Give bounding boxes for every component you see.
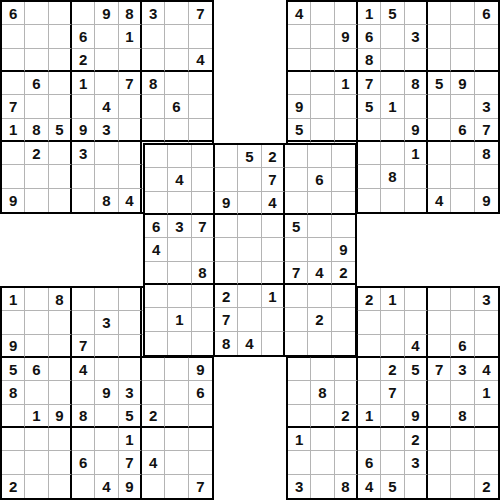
sudoku-cell-empty-r1c0[interactable] xyxy=(2,25,25,48)
sudoku-cell-empty-r20c6[interactable] xyxy=(142,475,165,498)
sudoku-cell-empty-r9c13[interactable] xyxy=(308,215,331,238)
sudoku-cell-empty-r3c7[interactable] xyxy=(165,72,188,95)
sudoku-cell-empty-r14c11[interactable] xyxy=(262,332,285,355)
sudoku-cell-given-r3c6: 8 xyxy=(142,72,165,95)
sudoku-cell-empty-r5c16[interactable] xyxy=(381,119,404,142)
sudoku-cell-empty-r12c12[interactable] xyxy=(285,285,308,308)
sudoku-cell-given-r15c0: 5 xyxy=(2,358,25,381)
sudoku-cell-empty-r12c7[interactable] xyxy=(168,285,191,308)
sudoku-cell-empty-r15c2[interactable] xyxy=(49,358,72,381)
sudoku-cell-empty-r16c17[interactable] xyxy=(405,381,428,404)
sudoku-cell-given-r5c17: 9 xyxy=(405,119,428,142)
sudoku-cell-empty-r8c2[interactable] xyxy=(49,189,72,212)
sudoku-cell-empty-r13c0[interactable] xyxy=(2,311,25,334)
sudoku-cell-given-r19c6: 4 xyxy=(142,451,165,474)
sudoku-cell-empty-r7c8[interactable] xyxy=(192,168,215,191)
sudoku-cell-given-r8c4: 8 xyxy=(95,189,118,212)
sudoku-cell-empty-r10c13[interactable] xyxy=(308,238,331,261)
sudoku-cell-empty-r7c19[interactable] xyxy=(451,165,474,188)
sudoku-cell-given-r20c12: 3 xyxy=(288,475,311,498)
sudoku-cell-empty-r17c7[interactable] xyxy=(165,405,188,428)
sudoku-cell-given-r0c16: 5 xyxy=(381,2,404,25)
sudoku-cell-empty-r14c20[interactable] xyxy=(475,335,498,358)
sudoku-cell-given-r0c15: 1 xyxy=(358,2,381,25)
sudoku-cell-empty-r4c19[interactable] xyxy=(451,95,474,118)
sudoku-cell-empty-r13c5[interactable] xyxy=(119,311,142,334)
sudoku-cell-empty-r1c6[interactable] xyxy=(142,25,165,48)
sudoku-cell-empty-r19c2[interactable] xyxy=(49,451,72,474)
sudoku-cell-empty-r13c8[interactable] xyxy=(192,308,215,331)
sudoku-cell-empty-r20c3[interactable] xyxy=(72,475,95,498)
sudoku-cell-empty-r9c10[interactable] xyxy=(238,215,261,238)
sudoku-cell-empty-r2c5[interactable] xyxy=(119,49,142,72)
sudoku-cell-empty-r19c18[interactable] xyxy=(428,451,451,474)
sudoku-cell-given-r1c3: 6 xyxy=(72,25,95,48)
sudoku-cell-given-r7c13: 6 xyxy=(308,168,331,191)
sudoku-cell-empty-r18c19[interactable] xyxy=(451,428,474,451)
sudoku-cell-empty-r1c4[interactable] xyxy=(95,25,118,48)
sudoku-cell-given-r20c0: 2 xyxy=(2,475,25,498)
sudoku-cell-empty-r13c2[interactable] xyxy=(49,311,72,334)
sudoku-cell-empty-r2c1[interactable] xyxy=(25,49,48,72)
sudoku-cell-empty-r8c16[interactable] xyxy=(381,189,404,212)
sudoku-cell-empty-r17c13[interactable] xyxy=(311,405,334,428)
sudoku-cell-empty-r18c3[interactable] xyxy=(72,428,95,451)
sudoku-cell-empty-r7c0[interactable] xyxy=(2,165,25,188)
sudoku-cell-empty-r2c14[interactable] xyxy=(335,49,358,72)
sudoku-cell-empty-r13c3[interactable] xyxy=(72,311,95,334)
sudoku-cell-empty-r14c4[interactable] xyxy=(95,335,118,358)
sudoku-cell-empty-r1c2[interactable] xyxy=(49,25,72,48)
sudoku-cell-given-r15c8: 9 xyxy=(189,358,212,381)
sudoku-cell-empty-r7c20[interactable] xyxy=(475,165,498,188)
sudoku-cell-empty-r4c1[interactable] xyxy=(25,95,48,118)
sudoku-cell-given-r16c16: 7 xyxy=(381,381,404,404)
sudoku-cell-empty-r13c18[interactable] xyxy=(428,311,451,334)
sudoku-cell-empty-r12c19[interactable] xyxy=(451,288,474,311)
sudoku-cell-empty-r17c8[interactable] xyxy=(189,405,212,428)
sudoku-cell-empty-r19c14[interactable] xyxy=(335,451,358,474)
sudoku-cell-empty-r6c13[interactable] xyxy=(308,145,331,168)
sudoku-cell-empty-r17c0[interactable] xyxy=(2,405,25,428)
sudoku-cell-empty-r13c16[interactable] xyxy=(381,311,404,334)
sudoku-cell-empty-r8c7[interactable] xyxy=(168,192,191,215)
sudoku-cell-empty-r3c20[interactable] xyxy=(475,72,498,95)
sudoku-cell-empty-r8c6[interactable] xyxy=(145,192,168,215)
sudoku-cell-empty-r13c10[interactable] xyxy=(238,308,261,331)
sudoku-cell-empty-r2c0[interactable] xyxy=(2,49,25,72)
sudoku-cell-empty-r18c6[interactable] xyxy=(142,428,165,451)
sudoku-cell-empty-r6c14[interactable] xyxy=(332,145,355,168)
sudoku-cell-empty-r19c20[interactable] xyxy=(475,451,498,474)
sudoku-cell-empty-r12c13[interactable] xyxy=(308,285,331,308)
sudoku-cell-empty-r7c15[interactable] xyxy=(358,165,381,188)
sudoku-cell-empty-r19c1[interactable] xyxy=(25,451,48,474)
sudoku-cell-empty-r7c18[interactable] xyxy=(428,165,451,188)
sudoku-cell-empty-r10c12[interactable] xyxy=(285,238,308,261)
sudoku-cell-empty-r8c15[interactable] xyxy=(358,189,381,212)
sudoku-cell-empty-r5c5[interactable] xyxy=(119,119,142,142)
sudoku-cell-given-r3c17: 8 xyxy=(405,72,428,95)
sudoku-cell-empty-r16c15[interactable] xyxy=(358,381,381,404)
sudoku-cell-empty-r5c7[interactable] xyxy=(165,119,188,142)
sudoku-cell-empty-r8c19[interactable] xyxy=(451,189,474,212)
sudoku-cell-empty-r16c18[interactable] xyxy=(428,381,451,404)
sudoku-cell-empty-r6c16[interactable] xyxy=(381,142,404,165)
sudoku-cell-given-r8c9: 9 xyxy=(215,192,238,215)
sudoku-cell-empty-r2c13[interactable] xyxy=(311,49,334,72)
sudoku-cell-given-r6c20: 8 xyxy=(475,142,498,165)
sudoku-cell-empty-r17c20[interactable] xyxy=(475,405,498,428)
sudoku-cell-empty-r5c15[interactable] xyxy=(358,119,381,142)
sudoku-cell-empty-r10c9[interactable] xyxy=(215,238,238,261)
sudoku-cell-empty-r12c8[interactable] xyxy=(192,285,215,308)
sudoku-cell-empty-r15c14[interactable] xyxy=(335,358,358,381)
sudoku-cell-given-r8c5: 4 xyxy=(119,189,142,212)
sudoku-cell-empty-r3c16[interactable] xyxy=(381,72,404,95)
sudoku-cell-empty-r19c7[interactable] xyxy=(165,451,188,474)
sudoku-cell-empty-r4c2[interactable] xyxy=(49,95,72,118)
sudoku-cell-given-r7c11: 7 xyxy=(262,168,285,191)
sudoku-cell-given-r5c3: 9 xyxy=(72,119,95,142)
sudoku-cell-empty-r12c17[interactable] xyxy=(405,288,428,311)
sudoku-cell-empty-r20c17[interactable] xyxy=(405,475,428,498)
sudoku-cell-empty-r18c7[interactable] xyxy=(165,428,188,451)
sudoku-cell-given-r3c19: 9 xyxy=(451,72,474,95)
sudoku-cell-empty-r4c5[interactable] xyxy=(119,95,142,118)
sudoku-cell-empty-r12c5[interactable] xyxy=(119,288,142,311)
sudoku-cell-empty-r13c6[interactable] xyxy=(145,308,168,331)
sudoku-cell-empty-r17c4[interactable] xyxy=(95,405,118,428)
sudoku-cell-empty-r17c12[interactable] xyxy=(288,405,311,428)
sudoku-cell-given-r16c4: 9 xyxy=(95,381,118,404)
sudoku-cell-empty-r10c7[interactable] xyxy=(168,238,191,261)
sudoku-cell-empty-r15c15[interactable] xyxy=(358,358,381,381)
sudoku-cell-empty-r14c16[interactable] xyxy=(381,335,404,358)
sudoku-cell-empty-r6c6[interactable] xyxy=(145,145,168,168)
sudoku-cell-empty-r7c10[interactable] xyxy=(238,168,261,191)
sudoku-cell-given-r6c11: 2 xyxy=(262,145,285,168)
sudoku-cell-empty-r14c12[interactable] xyxy=(285,332,308,355)
sudoku-cell-empty-r18c14[interactable] xyxy=(335,428,358,451)
sudoku-cell-given-r1c15: 6 xyxy=(358,25,381,48)
sudoku-cell-empty-r2c7[interactable] xyxy=(165,49,188,72)
sudoku-cell-empty-r6c8[interactable] xyxy=(192,145,215,168)
sudoku-cell-empty-r2c19[interactable] xyxy=(451,49,474,72)
sudoku-cell-empty-r11c7[interactable] xyxy=(168,262,191,285)
sudoku-cell-empty-r15c13[interactable] xyxy=(311,358,334,381)
sudoku-cell-given-r12c20: 3 xyxy=(475,288,498,311)
sudoku-cell-empty-r12c4[interactable] xyxy=(95,288,118,311)
sudoku-cell-given-r8c18: 4 xyxy=(428,189,451,212)
sudoku-cell-empty-r14c15[interactable] xyxy=(358,335,381,358)
sudoku-cell-given-r4c7: 6 xyxy=(165,95,188,118)
sudoku-cell-empty-r20c1[interactable] xyxy=(25,475,48,498)
sudoku-cell-empty-r6c5[interactable] xyxy=(119,142,142,165)
sudoku-cell-empty-r12c14[interactable] xyxy=(332,285,355,308)
sudoku-cell-empty-r6c0[interactable] xyxy=(2,142,25,165)
sudoku-cell-given-r14c17: 4 xyxy=(405,335,428,358)
sudoku-cell-empty-r6c12[interactable] xyxy=(285,145,308,168)
sudoku-cell-empty-r12c3[interactable] xyxy=(72,288,95,311)
sudoku-cell-empty-r19c12[interactable] xyxy=(288,451,311,474)
sudoku-cell-empty-r9c11[interactable] xyxy=(262,215,285,238)
sudoku-cell-empty-r15c5[interactable] xyxy=(119,358,142,381)
sudoku-cell-given-r13c13: 2 xyxy=(308,308,331,331)
sudoku-cell-given-r13c9: 7 xyxy=(215,308,238,331)
sudoku-cell-empty-r20c13[interactable] xyxy=(311,475,334,498)
sudoku-cell-empty-r3c12[interactable] xyxy=(288,72,311,95)
sudoku-cell-empty-r8c14[interactable] xyxy=(332,192,355,215)
sudoku-cell-empty-r13c17[interactable] xyxy=(405,311,428,334)
sudoku-cell-empty-r16c12[interactable] xyxy=(288,381,311,404)
sudoku-cell-empty-r19c16[interactable] xyxy=(381,451,404,474)
sudoku-cell-given-r20c16: 5 xyxy=(381,475,404,498)
sudoku-cell-empty-r13c20[interactable] xyxy=(475,311,498,334)
sudoku-cell-given-r11c8: 8 xyxy=(192,262,215,285)
sudoku-cell-empty-r11c11[interactable] xyxy=(262,262,285,285)
sudoku-cell-empty-r15c7[interactable] xyxy=(165,358,188,381)
sudoku-cell-empty-r0c2[interactable] xyxy=(49,2,72,25)
sudoku-cell-empty-r14c2[interactable] xyxy=(49,335,72,358)
sudoku-cell-empty-r6c7[interactable] xyxy=(168,145,191,168)
sudoku-cell-empty-r14c7[interactable] xyxy=(168,332,191,355)
sudoku-cell-given-r14c3: 7 xyxy=(72,335,95,358)
sudoku-cell-given-r0c20: 6 xyxy=(475,2,498,25)
sudoku-cell-empty-r11c10[interactable] xyxy=(238,262,261,285)
sudoku-cell-empty-r6c15[interactable] xyxy=(358,142,381,165)
sudoku-cell-empty-r1c12[interactable] xyxy=(288,25,311,48)
sudoku-cell-empty-r0c14[interactable] xyxy=(335,2,358,25)
sudoku-cell-empty-r7c5[interactable] xyxy=(119,165,142,188)
sudoku-cell-empty-r14c6[interactable] xyxy=(145,332,168,355)
sudoku-cell-empty-r1c16[interactable] xyxy=(381,25,404,48)
sudoku-cell-empty-r7c6[interactable] xyxy=(145,168,168,191)
sudoku-cell-given-r3c1: 6 xyxy=(25,72,48,95)
sudoku-cell-given-r20c5: 9 xyxy=(119,475,142,498)
sudoku-cell-given-r9c12: 5 xyxy=(285,215,308,238)
sudoku-cell-empty-r8c13[interactable] xyxy=(308,192,331,215)
sudoku-cell-empty-r14c13[interactable] xyxy=(308,332,331,355)
sudoku-cell-empty-r11c6[interactable] xyxy=(145,262,168,285)
sudoku-cell-empty-r14c1[interactable] xyxy=(25,335,48,358)
sudoku-cell-empty-r13c11[interactable] xyxy=(262,308,285,331)
sudoku-cell-empty-r0c3[interactable] xyxy=(72,2,95,25)
sudoku-cell-empty-r0c7[interactable] xyxy=(165,2,188,25)
sudoku-cell-empty-r8c8[interactable] xyxy=(192,192,215,215)
sudoku-cell-empty-r13c1[interactable] xyxy=(25,311,48,334)
sudoku-cell-given-r17c2: 9 xyxy=(49,405,72,428)
sudoku-cell-empty-r19c8[interactable] xyxy=(189,451,212,474)
sudoku-cell-empty-r18c13[interactable] xyxy=(311,428,334,451)
sudoku-cell-empty-r7c1[interactable] xyxy=(25,165,48,188)
sudoku-cell-empty-r16c3[interactable] xyxy=(72,381,95,404)
sudoku-cell-empty-r2c6[interactable] xyxy=(142,49,165,72)
sudoku-cell-empty-r11c9[interactable] xyxy=(215,262,238,285)
sudoku-cell-empty-r12c18[interactable] xyxy=(428,288,451,311)
sudoku-cell-empty-r7c2[interactable] xyxy=(49,165,72,188)
sudoku-cell-empty-r3c4[interactable] xyxy=(95,72,118,95)
sudoku-cell-empty-r14c14[interactable] xyxy=(332,332,355,355)
sudoku-cell-given-r19c5: 7 xyxy=(119,451,142,474)
sudoku-cell-empty-r14c8[interactable] xyxy=(192,332,215,355)
sudoku-cell-empty-r18c1[interactable] xyxy=(25,428,48,451)
sudoku-cell-empty-r14c5[interactable] xyxy=(119,335,142,358)
sudoku-cell-empty-r2c20[interactable] xyxy=(475,49,498,72)
sudoku-cell-empty-r6c18[interactable] xyxy=(428,142,451,165)
sudoku-cell-empty-r13c19[interactable] xyxy=(451,311,474,334)
sudoku-cell-empty-r2c18[interactable] xyxy=(428,49,451,72)
sudoku-cell-given-r3c5: 7 xyxy=(119,72,142,95)
sudoku-cell-empty-r8c10[interactable] xyxy=(238,192,261,215)
sudoku-cell-empty-r18c8[interactable] xyxy=(189,428,212,451)
sudoku-cell-empty-r4c17[interactable] xyxy=(405,95,428,118)
sudoku-cell-given-r7c7: 4 xyxy=(168,168,191,191)
sudoku-cell-empty-r16c7[interactable] xyxy=(165,381,188,404)
sudoku-cell-empty-r7c4[interactable] xyxy=(95,165,118,188)
sudoku-cell-empty-r15c6[interactable] xyxy=(142,358,165,381)
sudoku-cell-given-r3c3: 1 xyxy=(72,72,95,95)
sudoku-cell-given-r16c8: 6 xyxy=(189,381,212,404)
sudoku-cell-empty-r1c13[interactable] xyxy=(311,25,334,48)
sudoku-cell-empty-r2c12[interactable] xyxy=(288,49,311,72)
sudoku-cell-empty-r9c9[interactable] xyxy=(215,215,238,238)
sudoku-cell-given-r9c8: 7 xyxy=(192,215,215,238)
sudoku-cell-empty-r14c18[interactable] xyxy=(428,335,451,358)
sudoku-cell-empty-r20c2[interactable] xyxy=(49,475,72,498)
sudoku-cell-empty-r7c12[interactable] xyxy=(285,168,308,191)
sudoku-cell-empty-r0c19[interactable] xyxy=(451,2,474,25)
sudoku-cell-empty-r8c17[interactable] xyxy=(405,189,428,212)
sudoku-cell-given-r10c6: 4 xyxy=(145,238,168,261)
sudoku-cell-empty-r7c14[interactable] xyxy=(332,168,355,191)
sudoku-cell-given-r5c12: 5 xyxy=(288,119,311,142)
sudoku-cell-empty-r4c6[interactable] xyxy=(142,95,165,118)
sudoku-cell-empty-r12c10[interactable] xyxy=(238,285,261,308)
sudoku-cell-empty-r17c18[interactable] xyxy=(428,405,451,428)
sudoku-cell-empty-r1c20[interactable] xyxy=(475,25,498,48)
sudoku-cell-empty-r0c18[interactable] xyxy=(428,2,451,25)
sudoku-cell-empty-r18c16[interactable] xyxy=(381,428,404,451)
sudoku-cell-empty-r15c12[interactable] xyxy=(288,358,311,381)
sudoku-cell-empty-r13c14[interactable] xyxy=(332,308,355,331)
sudoku-cell-empty-r0c13[interactable] xyxy=(311,2,334,25)
sudoku-cell-given-r17c17: 9 xyxy=(405,405,428,428)
sudoku-cell-given-r7c16: 8 xyxy=(381,165,404,188)
sudoku-cell-empty-r4c14[interactable] xyxy=(335,95,358,118)
sudoku-cell-empty-r8c1[interactable] xyxy=(25,189,48,212)
sudoku-cell-empty-r2c17[interactable] xyxy=(405,49,428,72)
sudoku-cell-empty-r18c4[interactable] xyxy=(95,428,118,451)
sudoku-cell-empty-r16c1[interactable] xyxy=(25,381,48,404)
sudoku-cell-empty-r7c9[interactable] xyxy=(215,168,238,191)
sudoku-cell-empty-r17c16[interactable] xyxy=(381,405,404,428)
sudoku-cell-empty-r3c0[interactable] xyxy=(2,72,25,95)
sudoku-cell-empty-r9c14[interactable] xyxy=(332,215,355,238)
sudoku-cell-empty-r6c19[interactable] xyxy=(451,142,474,165)
sudoku-cell-empty-r10c8[interactable] xyxy=(192,238,215,261)
sudoku-cell-empty-r19c4[interactable] xyxy=(95,451,118,474)
sudoku-cell-empty-r18c20[interactable] xyxy=(475,428,498,451)
sudoku-cell-empty-r19c0[interactable] xyxy=(2,451,25,474)
sudoku-cell-empty-r20c18[interactable] xyxy=(428,475,451,498)
sudoku-cell-given-r17c3: 8 xyxy=(72,405,95,428)
sudoku-cell-empty-r16c6[interactable] xyxy=(142,381,165,404)
sudoku-cell-given-r4c16: 1 xyxy=(381,95,404,118)
sudoku-cell-empty-r3c8[interactable] xyxy=(189,72,212,95)
sudoku-cell-empty-r12c1[interactable] xyxy=(25,288,48,311)
sudoku-cell-given-r5c2: 5 xyxy=(49,119,72,142)
sudoku-cell-empty-r19c19[interactable] xyxy=(451,451,474,474)
sudoku-cell-empty-r6c4[interactable] xyxy=(95,142,118,165)
sudoku-cell-empty-r13c12[interactable] xyxy=(285,308,308,331)
sudoku-cell-empty-r6c2[interactable] xyxy=(49,142,72,165)
sudoku-cell-empty-r1c1[interactable] xyxy=(25,25,48,48)
sudoku-cell-given-r18c5: 1 xyxy=(119,428,142,451)
sudoku-cell-empty-r1c19[interactable] xyxy=(451,25,474,48)
sudoku-cell-empty-r20c7[interactable] xyxy=(165,475,188,498)
sudoku-cell-empty-r4c3[interactable] xyxy=(72,95,95,118)
sudoku-cell-empty-r5c6[interactable] xyxy=(142,119,165,142)
sudoku-cell-empty-r3c2[interactable] xyxy=(49,72,72,95)
sudoku-cell-empty-r5c14[interactable] xyxy=(335,119,358,142)
sudoku-cell-given-r15c20: 4 xyxy=(475,358,498,381)
sudoku-cell-empty-r2c2[interactable] xyxy=(49,49,72,72)
sudoku-cell-empty-r2c4[interactable] xyxy=(95,49,118,72)
sudoku-cell-empty-r0c17[interactable] xyxy=(405,2,428,25)
sudoku-cell-empty-r1c18[interactable] xyxy=(428,25,451,48)
sudoku-cell-empty-r7c17[interactable] xyxy=(405,165,428,188)
sudoku-cell-empty-r6c9[interactable] xyxy=(215,145,238,168)
sudoku-cell-empty-r10c10[interactable] xyxy=(238,238,261,261)
sudoku-cell-empty-r16c14[interactable] xyxy=(335,381,358,404)
sudoku-cell-empty-r15c4[interactable] xyxy=(95,358,118,381)
sudoku-cell-empty-r19c13[interactable] xyxy=(311,451,334,474)
sudoku-cell-given-r5c4: 3 xyxy=(95,119,118,142)
sudoku-cell-given-r12c9: 2 xyxy=(215,285,238,308)
sudoku-cell-empty-r5c8[interactable] xyxy=(189,119,212,142)
sudoku-cell-empty-r4c13[interactable] xyxy=(311,95,334,118)
sudoku-cell-empty-r10c11[interactable] xyxy=(262,238,285,261)
sudoku-cell-empty-r4c8[interactable] xyxy=(189,95,212,118)
sudoku-cell-empty-r20c19[interactable] xyxy=(451,475,474,498)
sudoku-cell-empty-r0c1[interactable] xyxy=(25,2,48,25)
sudoku-cell-empty-r13c15[interactable] xyxy=(358,311,381,334)
sudoku-cell-given-r20c4: 4 xyxy=(95,475,118,498)
sudoku-cell-empty-r5c18[interactable] xyxy=(428,119,451,142)
sudoku-cell-given-r17c6: 2 xyxy=(142,405,165,428)
sudoku-cell-empty-r8c12[interactable] xyxy=(285,192,308,215)
sudoku-cell-empty-r7c3[interactable] xyxy=(72,165,95,188)
sudoku-cell-empty-r3c13[interactable] xyxy=(311,72,334,95)
sudoku-cell-empty-r5c13[interactable] xyxy=(311,119,334,142)
sudoku-cell-empty-r18c2[interactable] xyxy=(49,428,72,451)
sudoku-cell-empty-r1c8[interactable] xyxy=(189,25,212,48)
sudoku-cell-given-r12c16: 1 xyxy=(381,288,404,311)
sudoku-cell-empty-r18c18[interactable] xyxy=(428,428,451,451)
sudoku-cell-empty-r8c3[interactable] xyxy=(72,189,95,212)
sudoku-cell-empty-r18c0[interactable] xyxy=(2,428,25,451)
sudoku-cell-empty-r16c2[interactable] xyxy=(49,381,72,404)
sudoku-cell-empty-r12c6[interactable] xyxy=(145,285,168,308)
sudoku-cell-given-r1c14: 9 xyxy=(335,25,358,48)
sudoku-cell-empty-r4c18[interactable] xyxy=(428,95,451,118)
sudoku-cell-given-r6c1: 2 xyxy=(25,142,48,165)
sudoku-cell-empty-r18c15[interactable] xyxy=(358,428,381,451)
sudoku-cell-empty-r2c16[interactable] xyxy=(381,49,404,72)
sudoku-cell-empty-r16c19[interactable] xyxy=(451,381,474,404)
sudoku-cell-empty-r1c7[interactable] xyxy=(165,25,188,48)
